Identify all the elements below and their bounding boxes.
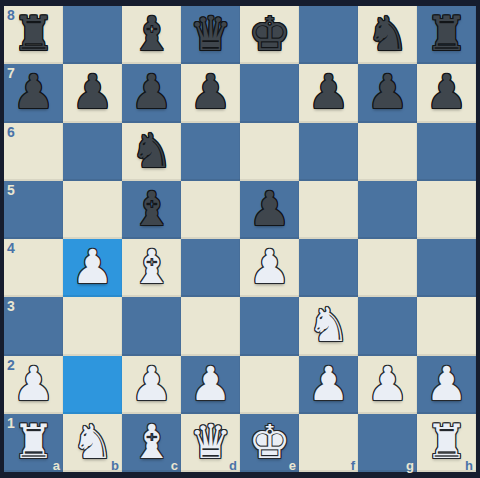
square-g2[interactable]: ♟ [358,356,417,414]
square-d8[interactable]: ♛ [181,6,240,64]
white-pawn[interactable]: ♟ [425,360,467,410]
square-e1[interactable]: e♚ [240,414,299,472]
square-a8[interactable]: 8♜ [4,6,63,64]
square-f1[interactable]: f [299,414,358,472]
square-d1[interactable]: d♛ [181,414,240,472]
square-c6[interactable]: ♞ [122,123,181,181]
square-f4[interactable] [299,239,358,297]
square-a6[interactable]: 6 [4,123,63,181]
black-rook[interactable]: ♜ [425,10,467,60]
square-h2[interactable]: ♟ [417,356,476,414]
black-pawn[interactable]: ♟ [12,68,54,118]
square-d6[interactable] [181,123,240,181]
square-c1[interactable]: c♝ [122,414,181,472]
board-grid: 8♜♝♛♚♞♜7♟♟♟♟♟♟♟6♞5♝♟4♟♝♟3♞2♟♟♟♟♟♟1a♜b♞c♝… [4,6,476,472]
square-e3[interactable] [240,297,299,355]
square-g8[interactable]: ♞ [358,6,417,64]
black-knight[interactable]: ♞ [366,10,408,60]
white-pawn[interactable]: ♟ [12,360,54,410]
white-pawn[interactable]: ♟ [71,243,113,293]
square-a3[interactable]: 3 [4,297,63,355]
black-bishop[interactable]: ♝ [130,185,172,235]
white-pawn[interactable]: ♟ [366,360,408,410]
square-a2[interactable]: 2♟ [4,356,63,414]
square-b4[interactable]: ♟ [63,239,122,297]
white-knight[interactable]: ♞ [71,418,113,468]
square-c8[interactable]: ♝ [122,6,181,64]
white-bishop[interactable]: ♝ [130,418,172,468]
white-queen[interactable]: ♛ [189,418,231,468]
square-c7[interactable]: ♟ [122,64,181,122]
black-pawn[interactable]: ♟ [248,185,290,235]
square-d2[interactable]: ♟ [181,356,240,414]
black-queen[interactable]: ♛ [189,10,231,60]
square-h8[interactable]: ♜ [417,6,476,64]
square-d3[interactable] [181,297,240,355]
square-g4[interactable] [358,239,417,297]
white-king[interactable]: ♚ [248,418,290,468]
black-king[interactable]: ♚ [248,10,290,60]
square-b5[interactable] [63,181,122,239]
square-b2[interactable] [63,356,122,414]
square-e4[interactable]: ♟ [240,239,299,297]
rank-label-5: 5 [7,182,15,198]
square-e6[interactable] [240,123,299,181]
square-a5[interactable]: 5 [4,181,63,239]
square-b6[interactable] [63,123,122,181]
rank-label-3: 3 [7,298,15,314]
black-pawn[interactable]: ♟ [425,68,467,118]
square-f3[interactable]: ♞ [299,297,358,355]
square-f6[interactable] [299,123,358,181]
square-f7[interactable]: ♟ [299,64,358,122]
square-e8[interactable]: ♚ [240,6,299,64]
chess-board: 8♜♝♛♚♞♜7♟♟♟♟♟♟♟6♞5♝♟4♟♝♟3♞2♟♟♟♟♟♟1a♜b♞c♝… [0,0,480,478]
black-pawn[interactable]: ♟ [189,68,231,118]
square-e2[interactable] [240,356,299,414]
black-knight[interactable]: ♞ [130,127,172,177]
rank-label-6: 6 [7,124,15,140]
square-h7[interactable]: ♟ [417,64,476,122]
square-b1[interactable]: b♞ [63,414,122,472]
square-b8[interactable] [63,6,122,64]
white-bishop[interactable]: ♝ [130,243,172,293]
square-h6[interactable] [417,123,476,181]
square-e7[interactable] [240,64,299,122]
black-pawn[interactable]: ♟ [307,68,349,118]
square-c4[interactable]: ♝ [122,239,181,297]
black-pawn[interactable]: ♟ [71,68,113,118]
square-b3[interactable] [63,297,122,355]
black-bishop[interactable]: ♝ [130,10,172,60]
file-label-g: g [406,458,414,473]
white-rook[interactable]: ♜ [12,418,54,468]
square-a1[interactable]: 1a♜ [4,414,63,472]
square-d4[interactable] [181,239,240,297]
square-g3[interactable] [358,297,417,355]
rank-label-4: 4 [7,240,15,256]
square-g6[interactable] [358,123,417,181]
white-pawn[interactable]: ♟ [248,243,290,293]
square-h3[interactable] [417,297,476,355]
square-h4[interactable] [417,239,476,297]
square-h1[interactable]: h♜ [417,414,476,472]
square-d7[interactable]: ♟ [181,64,240,122]
white-rook[interactable]: ♜ [425,418,467,468]
square-g5[interactable] [358,181,417,239]
file-label-f: f [351,458,355,473]
square-f2[interactable]: ♟ [299,356,358,414]
white-pawn[interactable]: ♟ [189,360,231,410]
square-c2[interactable]: ♟ [122,356,181,414]
square-h5[interactable] [417,181,476,239]
square-g7[interactable]: ♟ [358,64,417,122]
square-d5[interactable] [181,181,240,239]
white-knight[interactable]: ♞ [307,301,349,351]
square-a7[interactable]: 7♟ [4,64,63,122]
black-rook[interactable]: ♜ [12,10,54,60]
square-f5[interactable] [299,181,358,239]
square-e5[interactable]: ♟ [240,181,299,239]
white-pawn[interactable]: ♟ [307,360,349,410]
square-g1[interactable]: g [358,414,417,472]
black-pawn[interactable]: ♟ [130,68,172,118]
square-c5[interactable]: ♝ [122,181,181,239]
black-pawn[interactable]: ♟ [366,68,408,118]
square-f8[interactable] [299,6,358,64]
square-b7[interactable]: ♟ [63,64,122,122]
square-c3[interactable] [122,297,181,355]
white-pawn[interactable]: ♟ [130,360,172,410]
square-a4[interactable]: 4 [4,239,63,297]
